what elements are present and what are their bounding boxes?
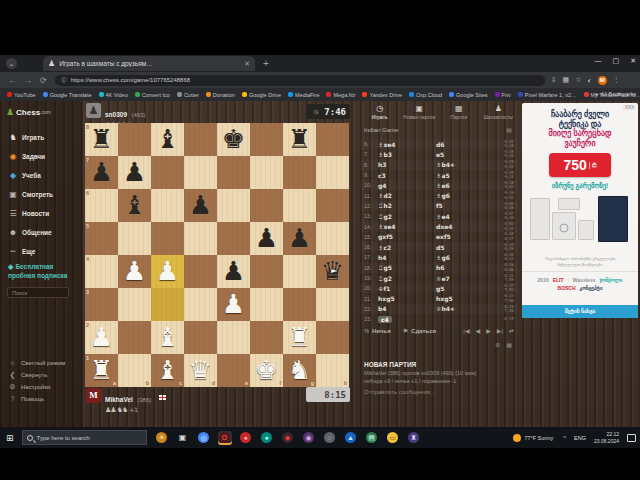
tray-expand-icon[interactable]: ^ bbox=[563, 435, 566, 441]
white-move[interactable]: h3 bbox=[378, 161, 386, 168]
square-b8[interactable] bbox=[118, 123, 151, 156]
menu-dots-icon[interactable]: ⋮ bbox=[613, 76, 620, 84]
share-icon[interactable]: ⇩ bbox=[551, 76, 557, 84]
logo-wassless: Wassless bbox=[573, 277, 596, 283]
square-f7[interactable] bbox=[250, 156, 283, 189]
sidebar-item-2[interactable]: ◉Задачи bbox=[8, 150, 45, 162]
black-move[interactable]: ♗g6 bbox=[436, 192, 450, 199]
site-info-icon[interactable]: 🛈 bbox=[61, 77, 67, 83]
move-times: 9:259:14 bbox=[504, 171, 514, 180]
sidebar-item-4[interactable]: ▣Смотреть bbox=[8, 188, 53, 200]
app-darkred-icon[interactable]: ◆ bbox=[281, 431, 295, 445]
black-move[interactable]: ♗e4 bbox=[436, 213, 450, 220]
black-piece-f5[interactable]: ♟ bbox=[250, 222, 283, 255]
nav-icon[interactable]: |◀ bbox=[463, 327, 469, 334]
white-move[interactable]: g4 bbox=[378, 182, 386, 189]
black-move[interactable]: ♗e6 bbox=[436, 182, 450, 189]
square-d5[interactable] bbox=[184, 222, 217, 255]
move-row: 16.♗c2d58:448:20 bbox=[360, 242, 518, 252]
square-h6[interactable] bbox=[316, 189, 349, 222]
white-move[interactable]: ♖g2 bbox=[378, 213, 392, 220]
nav-icon[interactable]: ▶| bbox=[497, 327, 503, 334]
move-row: 15.gxf5exf58:488:27 bbox=[360, 232, 518, 242]
move-row: 13.♖g2♗e48:578:39 bbox=[360, 211, 518, 221]
advertisement[interactable]: XXX ჩააბარე ძველიტექნიკა და მიიღე სარეცხ… bbox=[522, 103, 638, 318]
sidebar-search-input[interactable]: Поиск bbox=[7, 287, 69, 298]
black-piece-a8[interactable]: ♜ bbox=[85, 123, 118, 156]
trial-label: Бесплатная пробная подписка bbox=[8, 263, 67, 279]
square-h2[interactable] bbox=[316, 321, 349, 354]
own-clock-time: 8:15 bbox=[324, 390, 346, 400]
bookmark-item[interactable]: Mega.Nz bbox=[326, 92, 355, 98]
square-b5[interactable] bbox=[118, 222, 151, 255]
bookmark-item[interactable]: Pixel Warfare 1, v2… bbox=[518, 92, 577, 98]
sun-icon bbox=[513, 434, 521, 442]
document-icon[interactable]: ▤ bbox=[365, 431, 379, 445]
sidebar-item-icon: ☰ bbox=[8, 209, 18, 218]
square-e1[interactable]: e bbox=[217, 354, 250, 387]
weather-widget[interactable]: 77°F Sunny bbox=[513, 434, 553, 442]
weather-text: 77°F Sunny bbox=[524, 435, 553, 441]
move-row: 19.♖g2♕e78:317:59 bbox=[360, 273, 518, 283]
opponent-rating: (493) bbox=[132, 112, 146, 118]
white-move[interactable]: c3 bbox=[378, 172, 386, 179]
close-icon[interactable]: ✕ bbox=[630, 57, 636, 65]
bookmark-star-icon[interactable]: ☆ bbox=[575, 76, 581, 84]
move-times: 8:15 bbox=[504, 317, 514, 321]
app-violet-icon[interactable]: ♜ bbox=[407, 431, 421, 445]
square-c4[interactable]: ♟ bbox=[151, 255, 184, 288]
square-f5[interactable]: ♟ bbox=[250, 222, 283, 255]
move-times: 9:419:38 bbox=[504, 140, 514, 149]
square-c2[interactable]: ♝ bbox=[151, 321, 184, 354]
rating-change-line: победа +9 / ничья +1 / поражение -1 bbox=[364, 378, 518, 384]
panel-tool-icon[interactable]: ▦ bbox=[506, 341, 512, 348]
square-e2[interactable] bbox=[217, 321, 250, 354]
sidebar-item-6[interactable]: ☻Общение bbox=[8, 226, 52, 238]
opponent-clock: ◷ 7:46 bbox=[306, 104, 350, 119]
app-red-icon[interactable]: ● bbox=[239, 431, 253, 445]
profile-avatar[interactable]: M bbox=[598, 76, 607, 85]
sidebar-footer-icon: ? bbox=[8, 395, 17, 402]
move-times: 9:359:30 bbox=[504, 150, 514, 159]
rank-label: 3 bbox=[86, 289, 89, 295]
panel-sub-icons[interactable]: ⚙▦ bbox=[495, 341, 512, 348]
language-indicator[interactable]: ENG bbox=[574, 435, 586, 441]
square-a3[interactable]: 3 bbox=[85, 288, 118, 321]
square-b2[interactable] bbox=[118, 321, 151, 354]
logo-2016: 2016 bbox=[538, 277, 549, 283]
chrome-icon[interactable]: ◎ bbox=[197, 431, 211, 445]
white-move[interactable]: c4 bbox=[378, 316, 392, 323]
square-b4[interactable]: ♟ bbox=[118, 255, 151, 288]
white-move[interactable]: ♗d2 bbox=[378, 192, 392, 199]
square-g6[interactable] bbox=[283, 189, 316, 222]
square-a8[interactable]: 8♜ bbox=[85, 123, 118, 156]
sidebar-item-5[interactable]: ☰Новости bbox=[8, 207, 49, 219]
bookmark-favicon bbox=[518, 92, 523, 97]
bookmark-favicon bbox=[326, 92, 331, 97]
bookmark-favicon bbox=[584, 92, 589, 97]
square-g2[interactable]: ♜ bbox=[283, 321, 316, 354]
bookmark-item[interactable]: 4K Video bbox=[99, 92, 128, 98]
bookmarks-bar: YouTubeGoogle Translate4K VideoConvert I… bbox=[0, 88, 640, 101]
move-row: 23.c48:15 bbox=[360, 314, 518, 324]
logo-elit: ELIT bbox=[553, 277, 564, 283]
maximize-icon[interactable]: ▢ bbox=[613, 57, 620, 65]
square-g3[interactable] bbox=[283, 288, 316, 321]
tab-search-icon[interactable]: ⌄ bbox=[6, 58, 17, 69]
all-bookmarks-label: All Bookmarks bbox=[601, 91, 636, 97]
square-a7[interactable]: 7♟ bbox=[85, 156, 118, 189]
square-d8[interactable] bbox=[184, 123, 217, 156]
square-d7[interactable] bbox=[184, 156, 217, 189]
square-b1[interactable]: b bbox=[118, 354, 151, 387]
ad-heading-2: მიიღე სარეცხადვაუჩერი bbox=[522, 129, 638, 148]
opera-icon[interactable]: O bbox=[218, 431, 232, 445]
bookmark-item[interactable]: MediaFire bbox=[288, 92, 319, 98]
resign-flag-icon: ⚑ bbox=[403, 327, 408, 334]
black-move[interactable]: f5 bbox=[436, 202, 443, 209]
logo-pawn-icon: ♟ bbox=[6, 107, 14, 117]
sidebar-item-3[interactable]: ◆Учеба bbox=[8, 169, 41, 181]
bookmark-item[interactable]: YouTube bbox=[7, 92, 36, 98]
tab-favicon-icon: ♟ bbox=[48, 59, 55, 68]
square-f3[interactable] bbox=[250, 288, 283, 321]
forward-icon[interactable]: → bbox=[24, 76, 32, 85]
square-b3[interactable] bbox=[118, 288, 151, 321]
file-label: d bbox=[212, 380, 215, 386]
washing-machine-image bbox=[552, 212, 576, 240]
resign-button[interactable]: ⚑ Сдаться bbox=[403, 327, 436, 334]
screen: ⌄ ♟ Играть в шахматы с друзьям… ✕ + — ▢ … bbox=[0, 0, 640, 480]
black-move[interactable]: g5 bbox=[436, 285, 444, 292]
white-move[interactable]: ♖g5 bbox=[378, 264, 392, 271]
bookmark-item[interactable]: Google Sites bbox=[449, 92, 488, 98]
black-move[interactable]: ♕h4+ bbox=[436, 305, 455, 312]
own-captured-pieces: ♟♟ ♞♞+1 bbox=[105, 406, 166, 414]
bookmark-favicon bbox=[495, 92, 500, 97]
matchup-line: MikhaVel (386) против sn0309 (493) (10 м… bbox=[364, 370, 518, 376]
move-row: 14.♗xe4dxe48:528:33 bbox=[360, 221, 518, 231]
logo-jonjoli: ჯონჯოლი bbox=[599, 277, 622, 283]
file-label: f bbox=[279, 380, 281, 386]
sidebar-footer-item-2[interactable]: ❮Свернуть bbox=[8, 369, 47, 380]
sidebar-footer-item-4[interactable]: ?Помощь bbox=[8, 393, 44, 404]
sidebar-footer-icon: ❮ bbox=[8, 371, 17, 379]
square-f4[interactable] bbox=[250, 255, 283, 288]
panel-tab-1[interactable]: ◷Играть bbox=[360, 104, 400, 120]
taskbar-date: 23.06.2024 bbox=[594, 438, 619, 444]
panel-tab-2[interactable]: ▣Новая партия bbox=[400, 104, 440, 120]
draw-icon: ½ bbox=[364, 328, 369, 334]
move-times: 9:289:22 bbox=[504, 160, 514, 169]
bookmark-item[interactable]: Cutter bbox=[177, 92, 199, 98]
square-c3[interactable] bbox=[151, 288, 184, 321]
black-piece-c8[interactable]: ♝ bbox=[151, 123, 184, 156]
logo-text: Chess bbox=[16, 108, 40, 117]
square-g8[interactable]: ♜ bbox=[283, 123, 316, 156]
ad-disclaimer: *საგარანტიო პირობებზე ვრცელდებაშეზღუდული… bbox=[522, 256, 638, 266]
square-h5[interactable] bbox=[316, 222, 349, 255]
square-e6[interactable] bbox=[217, 189, 250, 222]
white-move[interactable]: ♗b3 bbox=[378, 151, 392, 158]
white-piece-e3[interactable]: ♟ bbox=[217, 288, 250, 321]
black-move[interactable]: ♗b4+ bbox=[436, 161, 455, 168]
address-bar[interactable]: 🛈 https://www.chess.com/game/10776524886… bbox=[55, 75, 545, 86]
sidebar-item-1[interactable]: ♞Играть bbox=[8, 131, 44, 143]
square-c6[interactable] bbox=[151, 189, 184, 222]
square-g5[interactable]: ♟ bbox=[283, 222, 316, 255]
ad-eco-line: იზრუნე გარემოზე! bbox=[522, 182, 638, 190]
bookmark-favicon bbox=[99, 92, 104, 97]
bookmark-favicon bbox=[43, 92, 48, 97]
rank-label: 8 bbox=[86, 124, 89, 130]
panel-tab-icon: ▣ bbox=[400, 104, 440, 113]
black-piece-g8[interactable]: ♜ bbox=[283, 123, 316, 156]
white-move[interactable]: b4 bbox=[378, 305, 386, 312]
new-tab-button[interactable]: + bbox=[263, 58, 269, 69]
georgia-flag-icon bbox=[159, 395, 166, 400]
own-avatar[interactable]: M bbox=[86, 388, 101, 403]
move-row: 10.g4♗e69:189:03 bbox=[360, 180, 518, 190]
square-d3[interactable] bbox=[184, 288, 217, 321]
black-move[interactable]: h6 bbox=[436, 264, 444, 271]
bookmark-favicon bbox=[362, 92, 367, 97]
nav-icon[interactable]: ◀ bbox=[476, 327, 481, 334]
white-move[interactable]: ♖h2 bbox=[378, 202, 392, 209]
sidebar-item-icon: ••• bbox=[8, 248, 18, 254]
bookmark-favicon bbox=[177, 92, 182, 97]
square-f6[interactable] bbox=[250, 189, 283, 222]
square-c7[interactable] bbox=[151, 156, 184, 189]
move-times: 8:578:39 bbox=[504, 212, 514, 221]
black-move[interactable]: dxe4 bbox=[436, 223, 452, 230]
bookmark-favicon bbox=[242, 92, 247, 97]
all-bookmarks-button[interactable]: ▸ All Bookmarks bbox=[596, 90, 636, 97]
ad-heading-1: ჩააბარე ძველიტექნიკა და bbox=[522, 110, 638, 129]
square-h8[interactable] bbox=[316, 123, 349, 156]
black-piece-g5[interactable]: ♟ bbox=[283, 222, 316, 255]
ad-marker[interactable]: XXX bbox=[623, 105, 636, 110]
tor-icon[interactable]: ◉ bbox=[302, 431, 316, 445]
white-piece-b4[interactable]: ♟ bbox=[118, 255, 151, 288]
ad-appliances-image bbox=[528, 194, 632, 252]
browser-toolbar: ← → ⟳ 🛈 https://www.chess.com/game/10776… bbox=[0, 72, 640, 88]
square-h1[interactable]: h bbox=[316, 354, 349, 387]
square-b7[interactable]: ♟ bbox=[118, 156, 151, 189]
square-e5[interactable] bbox=[217, 222, 250, 255]
square-e3[interactable]: ♟ bbox=[217, 288, 250, 321]
square-d4[interactable] bbox=[184, 255, 217, 288]
panel-tool-icon[interactable]: ⚙ bbox=[495, 341, 500, 348]
white-piece-a2[interactable]: ♟ bbox=[85, 321, 118, 354]
square-c5[interactable] bbox=[151, 222, 184, 255]
black-move[interactable]: ♗g6 bbox=[436, 254, 450, 261]
bookmark-item[interactable]: Donation bbox=[206, 92, 235, 98]
square-b6[interactable]: ♝ bbox=[118, 189, 151, 222]
notification-center-icon[interactable] bbox=[627, 434, 636, 442]
panel-tabs: ◷Играть▣Новая партия▦Партии♟Шахматисты bbox=[360, 104, 518, 120]
move-row: 6.♗xe4d69:419:38 bbox=[360, 139, 518, 149]
square-c8[interactable]: ♝ bbox=[151, 123, 184, 156]
move-row: 7.♗b3e59:359:30 bbox=[360, 149, 518, 159]
square-a4[interactable]: 4 bbox=[85, 255, 118, 288]
black-piece-b6[interactable]: ♝ bbox=[118, 189, 151, 222]
square-e7[interactable] bbox=[217, 156, 250, 189]
square-f1[interactable]: f♚ bbox=[250, 354, 283, 387]
white-move[interactable]: hxg5 bbox=[378, 295, 395, 302]
window-controls[interactable]: — ▢ ✕ bbox=[595, 57, 637, 65]
start-button[interactable]: ⊞ bbox=[6, 433, 14, 443]
bookmark-item[interactable]: Convert Ico bbox=[135, 92, 170, 98]
square-d1[interactable]: d♛ bbox=[184, 354, 217, 387]
white-move[interactable]: ♗xe4 bbox=[378, 141, 396, 148]
taskbar-search-placeholder: Type here to search bbox=[37, 435, 90, 441]
taskbar-search[interactable]: Type here to search bbox=[22, 430, 147, 445]
free-trial-link[interactable]: ◆Бесплатная пробная подписка bbox=[8, 263, 74, 280]
white-piece-f1[interactable]: ♚ bbox=[250, 354, 283, 387]
bookmark-item[interactable]: Google Translate bbox=[43, 92, 92, 98]
sidebar-item-icon: ◆ bbox=[8, 171, 18, 180]
sidebar-footer-item-3[interactable]: ⚙Настройки bbox=[8, 381, 50, 392]
white-move[interactable]: ♔f1 bbox=[378, 285, 390, 292]
tab-close-icon[interactable]: ✕ bbox=[244, 60, 250, 68]
weather-app-icon[interactable]: ☀ bbox=[155, 431, 169, 445]
black-move[interactable]: d6 bbox=[436, 141, 444, 148]
panel-tab-4[interactable]: ♟Шахматисты bbox=[479, 104, 519, 120]
ad-logos: 2016 ELIT | Wassless ჯონჯოლი BOSCH კონცე… bbox=[522, 271, 638, 291]
white-move[interactable]: ♖g2 bbox=[378, 275, 392, 282]
sidebar-footer-icon: ⚙ bbox=[8, 383, 17, 391]
white-move[interactable]: gxf5 bbox=[378, 233, 393, 240]
reload-icon[interactable]: ⟳ bbox=[40, 76, 47, 85]
panel-tab-icon: ♟ bbox=[479, 104, 519, 113]
move-nav-buttons[interactable]: |◀◀▶▶|⇄ bbox=[463, 327, 514, 334]
move-row: 18.♖g5h68:368:06 bbox=[360, 263, 518, 273]
bookmark-item[interactable]: Google Drive bbox=[242, 92, 281, 98]
square-h7[interactable] bbox=[316, 156, 349, 189]
black-move[interactable]: hxg5 bbox=[436, 295, 453, 302]
square-d2[interactable] bbox=[184, 321, 217, 354]
ad-cta-button[interactable]: მეტის ნახვა bbox=[522, 305, 638, 318]
square-f8[interactable] bbox=[250, 123, 283, 156]
folder-icon: ▸ bbox=[596, 90, 599, 97]
tab-groups-icon[interactable]: ▦ bbox=[563, 76, 570, 84]
bookmark-favicon bbox=[288, 92, 293, 97]
file-explorer-icon[interactable]: ▭ bbox=[386, 431, 400, 445]
move-times: 8:237:50 bbox=[504, 294, 514, 303]
white-piece-c4[interactable]: ♟ bbox=[151, 255, 184, 288]
square-c1[interactable]: c♝ bbox=[151, 354, 184, 387]
white-move[interactable]: h4 bbox=[378, 254, 386, 261]
black-move[interactable]: ♕e7 bbox=[436, 275, 450, 282]
panel-tab-3[interactable]: ▦Партии bbox=[439, 104, 479, 120]
white-move[interactable]: ♗xe4 bbox=[378, 223, 396, 230]
square-h3[interactable] bbox=[316, 288, 349, 321]
square-a6[interactable]: 6 bbox=[85, 189, 118, 222]
system-tray: 77°F Sunny ^ ENG 22:12 23.06.2024 bbox=[513, 431, 636, 444]
square-a5[interactable]: 5 bbox=[85, 222, 118, 255]
sidebar-footer-item-1[interactable]: ☼Светлый режим bbox=[8, 357, 65, 368]
square-d6[interactable]: ♟ bbox=[184, 189, 217, 222]
ad-price-badge: 750 ₾ bbox=[549, 153, 611, 177]
black-piece-d6[interactable]: ♟ bbox=[184, 189, 217, 222]
shield-icon[interactable]: ▲ bbox=[344, 431, 358, 445]
white-piece-g2[interactable]: ♜ bbox=[283, 321, 316, 354]
black-move[interactable]: exf5 bbox=[436, 233, 451, 240]
draw-button[interactable]: ½ Ничья bbox=[364, 328, 391, 334]
black-piece-b7[interactable]: ♟ bbox=[118, 156, 151, 189]
bookmark-item[interactable]: Friv bbox=[495, 92, 511, 98]
opponent-name[interactable]: sn0309 bbox=[105, 111, 127, 118]
black-piece-e4[interactable]: ♟ bbox=[217, 255, 250, 288]
square-g4[interactable] bbox=[283, 255, 316, 288]
move-row: 9.c3♗a59:259:14 bbox=[360, 170, 518, 180]
square-a1[interactable]: 1a♜ bbox=[85, 354, 118, 387]
bookmark-item[interactable]: Oxp.Cloud bbox=[409, 92, 442, 98]
square-f2[interactable] bbox=[250, 321, 283, 354]
logo-bosch: BOSCH bbox=[558, 285, 576, 291]
square-g1[interactable]: g♞ bbox=[283, 354, 316, 387]
black-move[interactable]: ♗a5 bbox=[436, 172, 450, 179]
black-move[interactable]: d5 bbox=[436, 244, 444, 251]
extensions-icon[interactable]: ◐ bbox=[587, 77, 591, 84]
opponent-avatar[interactable]: ♟ bbox=[86, 103, 101, 118]
black-move[interactable]: e5 bbox=[436, 151, 444, 158]
browser-tab[interactable]: ♟ Играть в шахматы с друзьям… ✕ bbox=[43, 56, 255, 71]
square-g7[interactable] bbox=[283, 156, 316, 189]
black-piece-e8[interactable]: ♚ bbox=[217, 123, 250, 156]
opening-book-icon[interactable]: ▤ bbox=[506, 126, 512, 133]
square-e8[interactable]: ♚ bbox=[217, 123, 250, 156]
clock-widget[interactable]: 22:12 23.06.2024 bbox=[594, 431, 619, 444]
sidebar-item-icon: ◉ bbox=[8, 152, 18, 161]
app-teal-icon[interactable]: ● bbox=[260, 431, 274, 445]
bookmark-favicon bbox=[206, 92, 211, 97]
minimize-icon[interactable]: — bbox=[595, 57, 602, 65]
own-name[interactable]: MikhaVel bbox=[105, 396, 133, 403]
move-times: 9:108:54 bbox=[504, 191, 514, 200]
app-gray-icon[interactable]: ◌ bbox=[323, 431, 337, 445]
taskbar-app-icons: ☀▣◎O●●◆◉◌▲▤▭♜ bbox=[155, 431, 421, 445]
back-icon[interactable]: ← bbox=[8, 76, 16, 85]
own-rating: (386) bbox=[137, 397, 151, 403]
move-row: 8.h3♗b4+9:289:22 bbox=[360, 160, 518, 170]
sidebar-item-7[interactable]: •••Еще bbox=[8, 245, 35, 257]
move-list[interactable]: 6.♗xe4d69:419:387.♗b3e59:359:308.h3♗b4+9… bbox=[360, 139, 518, 324]
white-move[interactable]: ♗c2 bbox=[378, 244, 391, 251]
bookmark-item[interactable]: Yandex Drive bbox=[362, 92, 402, 98]
bookmark-favicon bbox=[135, 92, 140, 97]
chesscom-logo[interactable]: ♟ Chess .com bbox=[6, 107, 51, 117]
white-piece-c2[interactable]: ♝ bbox=[151, 321, 184, 354]
square-e4[interactable]: ♟ bbox=[217, 255, 250, 288]
black-piece-a7[interactable]: ♟ bbox=[85, 156, 118, 189]
rank-label: 7 bbox=[86, 157, 89, 163]
move-times: 9:048:46 bbox=[504, 202, 514, 211]
chess-board[interactable]: 8♜♝♚♜7♟♟6♝♟5♟♟4♟♟♟♛3♟2♟♝♜1a♜bc♝d♛ef♚g♞h bbox=[85, 123, 349, 387]
sidebar: ♟ Chess .com ♞Играть◉Задачи◆Учеба▣Смотре… bbox=[0, 101, 82, 427]
move-times: 8:528:33 bbox=[504, 222, 514, 231]
file-label: b bbox=[146, 380, 149, 386]
nav-icon[interactable]: ▶ bbox=[486, 327, 491, 334]
square-a2[interactable]: 2♟ bbox=[85, 321, 118, 354]
chat-input[interactable]: Отправлять сообщения… bbox=[364, 389, 514, 395]
task-view-icon[interactable]: ▣ bbox=[176, 431, 190, 445]
nav-icon[interactable]: ⇄ bbox=[509, 327, 514, 334]
sidebar-footer-icon: ☼ bbox=[8, 359, 17, 366]
